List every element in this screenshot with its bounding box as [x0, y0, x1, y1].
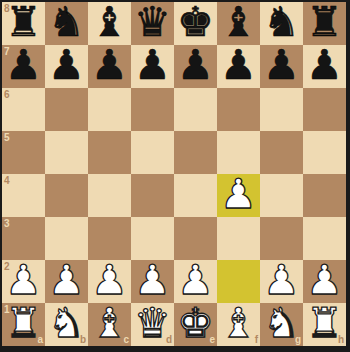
black-pawn-on-f7[interactable]: ♟ [217, 44, 260, 87]
black-bishop-on-c8[interactable]: ♝ [88, 1, 131, 44]
white-pawn-on-c2[interactable]: ♟ [88, 259, 131, 302]
square-a2[interactable]: 2♟ [2, 260, 45, 303]
white-pawn-on-g2[interactable]: ♟ [260, 259, 303, 302]
white-pawn-on-b2[interactable]: ♟ [45, 259, 88, 302]
white-rook-on-a1[interactable]: ♜ [2, 302, 45, 345]
square-f2[interactable] [217, 260, 260, 303]
square-f5[interactable] [217, 131, 260, 174]
square-h7[interactable]: ♟ [303, 45, 346, 88]
square-c6[interactable] [88, 88, 131, 131]
square-g2[interactable]: ♟ [260, 260, 303, 303]
square-h1[interactable]: h♜ [303, 303, 346, 346]
square-c1[interactable]: c♝ [88, 303, 131, 346]
square-d5[interactable] [131, 131, 174, 174]
white-pawn-on-f4[interactable]: ♟ [217, 173, 260, 216]
white-pawn-on-e2[interactable]: ♟ [174, 259, 217, 302]
square-h2[interactable]: ♟ [303, 260, 346, 303]
square-b6[interactable] [45, 88, 88, 131]
square-c2[interactable]: ♟ [88, 260, 131, 303]
square-f3[interactable] [217, 217, 260, 260]
square-g1[interactable]: g♞ [260, 303, 303, 346]
black-knight-on-b8[interactable]: ♞ [45, 1, 88, 44]
square-a6[interactable]: 6 [2, 88, 45, 131]
black-pawn-on-h7[interactable]: ♟ [303, 44, 346, 87]
white-pawn-on-d2[interactable]: ♟ [131, 259, 174, 302]
square-f4[interactable]: ♟ [217, 174, 260, 217]
square-c5[interactable] [88, 131, 131, 174]
square-b1[interactable]: b♞ [45, 303, 88, 346]
square-c8[interactable]: ♝ [88, 2, 131, 45]
square-a1[interactable]: 1a♜ [2, 303, 45, 346]
square-g6[interactable] [260, 88, 303, 131]
chess-app-window: 8♜♞♝♛♚♝♞♜7♟♟♟♟♟♟♟♟654♟32♟♟♟♟♟♟♟1a♜b♞c♝d♛… [0, 0, 350, 352]
square-g5[interactable] [260, 131, 303, 174]
square-f8[interactable]: ♝ [217, 2, 260, 45]
square-b7[interactable]: ♟ [45, 45, 88, 88]
square-b2[interactable]: ♟ [45, 260, 88, 303]
white-bishop-on-c1[interactable]: ♝ [88, 302, 131, 345]
square-e7[interactable]: ♟ [174, 45, 217, 88]
square-d8[interactable]: ♛ [131, 2, 174, 45]
black-pawn-on-g7[interactable]: ♟ [260, 44, 303, 87]
square-b5[interactable] [45, 131, 88, 174]
black-knight-on-g8[interactable]: ♞ [260, 1, 303, 44]
white-knight-on-b1[interactable]: ♞ [45, 302, 88, 345]
white-queen-on-d1[interactable]: ♛ [131, 302, 174, 345]
square-g4[interactable] [260, 174, 303, 217]
square-g8[interactable]: ♞ [260, 2, 303, 45]
square-a4[interactable]: 4 [2, 174, 45, 217]
square-d3[interactable] [131, 217, 174, 260]
rank-label-3: 3 [4, 219, 10, 229]
black-bishop-on-f8[interactable]: ♝ [217, 1, 260, 44]
black-pawn-on-b7[interactable]: ♟ [45, 44, 88, 87]
black-pawn-on-c7[interactable]: ♟ [88, 44, 131, 87]
square-e3[interactable] [174, 217, 217, 260]
square-e2[interactable]: ♟ [174, 260, 217, 303]
black-pawn-on-e7[interactable]: ♟ [174, 44, 217, 87]
square-h5[interactable] [303, 131, 346, 174]
square-d4[interactable] [131, 174, 174, 217]
square-h8[interactable]: ♜ [303, 2, 346, 45]
square-d7[interactable]: ♟ [131, 45, 174, 88]
square-f7[interactable]: ♟ [217, 45, 260, 88]
black-queen-on-d8[interactable]: ♛ [131, 1, 174, 44]
white-rook-on-h1[interactable]: ♜ [303, 302, 346, 345]
white-king-on-e1[interactable]: ♚ [174, 302, 217, 345]
square-h6[interactable] [303, 88, 346, 131]
square-e5[interactable] [174, 131, 217, 174]
black-king-on-e8[interactable]: ♚ [174, 1, 217, 44]
square-a5[interactable]: 5 [2, 131, 45, 174]
square-e1[interactable]: e♚ [174, 303, 217, 346]
square-a3[interactable]: 3 [2, 217, 45, 260]
black-pawn-on-d7[interactable]: ♟ [131, 44, 174, 87]
square-d6[interactable] [131, 88, 174, 131]
square-e6[interactable] [174, 88, 217, 131]
square-f1[interactable]: f♝ [217, 303, 260, 346]
board: 8♜♞♝♛♚♝♞♜7♟♟♟♟♟♟♟♟654♟32♟♟♟♟♟♟♟1a♜b♞c♝d♛… [2, 2, 346, 346]
rank-label-4: 4 [4, 176, 10, 186]
square-g7[interactable]: ♟ [260, 45, 303, 88]
square-c7[interactable]: ♟ [88, 45, 131, 88]
rank-label-5: 5 [4, 133, 10, 143]
square-e8[interactable]: ♚ [174, 2, 217, 45]
square-h3[interactable] [303, 217, 346, 260]
black-rook-on-h8[interactable]: ♜ [303, 1, 346, 44]
square-f6[interactable] [217, 88, 260, 131]
black-pawn-on-a7[interactable]: ♟ [2, 44, 45, 87]
white-pawn-on-h2[interactable]: ♟ [303, 259, 346, 302]
square-b3[interactable] [45, 217, 88, 260]
square-c3[interactable] [88, 217, 131, 260]
square-d1[interactable]: d♛ [131, 303, 174, 346]
black-rook-on-a8[interactable]: ♜ [2, 1, 45, 44]
square-b8[interactable]: ♞ [45, 2, 88, 45]
square-c4[interactable] [88, 174, 131, 217]
white-bishop-on-f1[interactable]: ♝ [217, 302, 260, 345]
square-a7[interactable]: 7♟ [2, 45, 45, 88]
square-d2[interactable]: ♟ [131, 260, 174, 303]
white-pawn-on-a2[interactable]: ♟ [2, 259, 45, 302]
rank-label-6: 6 [4, 90, 10, 100]
square-a8[interactable]: 8♜ [2, 2, 45, 45]
square-b4[interactable] [45, 174, 88, 217]
white-knight-on-g1[interactable]: ♞ [260, 302, 303, 345]
square-e4[interactable] [174, 174, 217, 217]
square-h4[interactable] [303, 174, 346, 217]
square-g3[interactable] [260, 217, 303, 260]
